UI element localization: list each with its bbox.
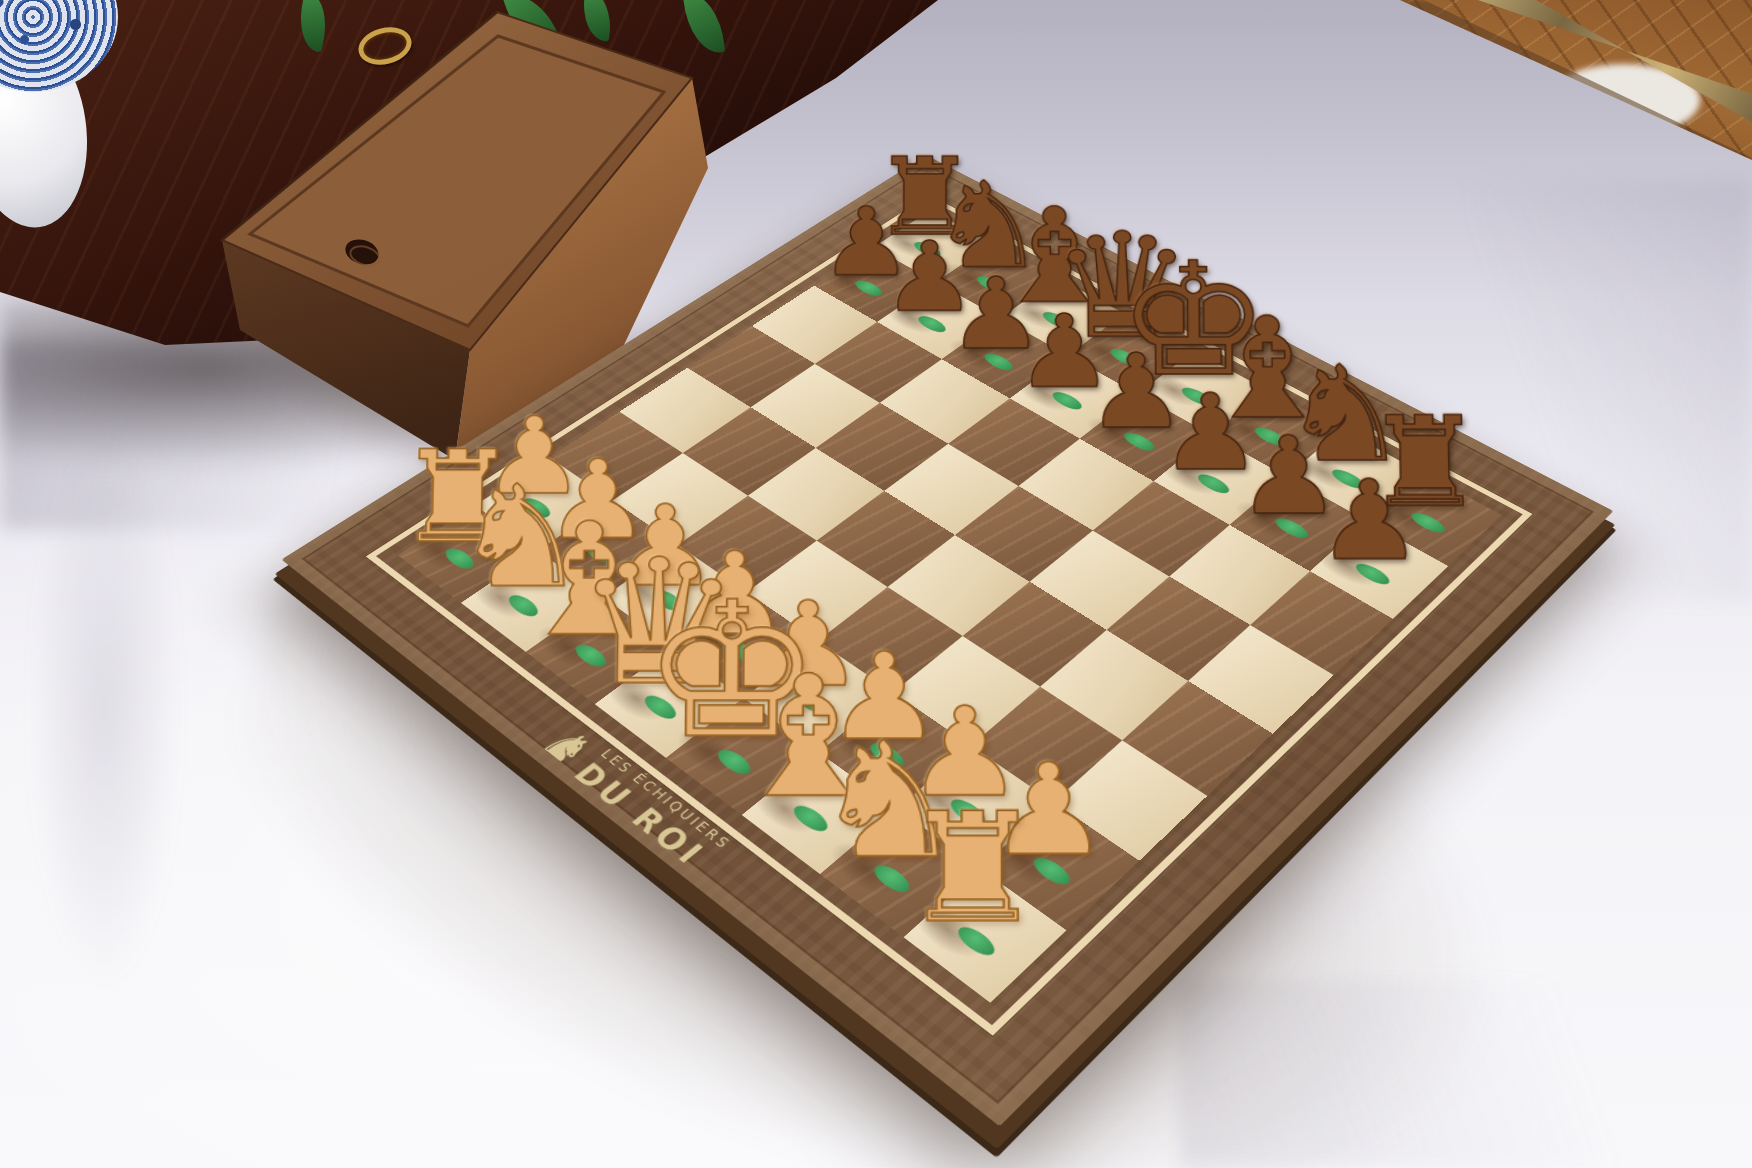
square-e6 [1019, 439, 1153, 530]
cloth-fold [30, 430, 180, 990]
white-rook-h1: ♜ [901, 793, 1046, 944]
black-pawn-h7: ♟ [1316, 466, 1424, 576]
